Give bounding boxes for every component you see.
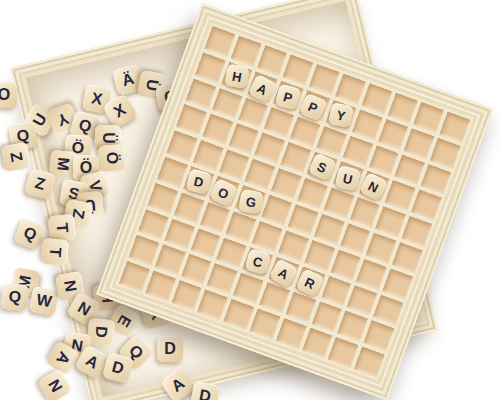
board-cell[interactable] — [421, 164, 452, 195]
board-cell[interactable] — [176, 104, 207, 135]
board-cell[interactable] — [259, 283, 290, 314]
board-cell[interactable]: D — [183, 166, 214, 197]
board-cell[interactable] — [352, 109, 383, 140]
board-cell[interactable] — [361, 83, 392, 114]
tray-letter-cube[interactable]: M — [10, 267, 40, 297]
board-cell[interactable] — [212, 88, 243, 119]
board-cell[interactable] — [373, 294, 404, 325]
board-cell[interactable]: P — [300, 90, 331, 121]
board-cell[interactable] — [309, 64, 340, 95]
board-cell[interactable] — [278, 230, 309, 261]
board-cell[interactable] — [193, 140, 224, 171]
board-cell[interactable] — [195, 52, 226, 83]
board-cell[interactable] — [404, 128, 435, 159]
board-cell[interactable] — [174, 192, 205, 223]
board-cell[interactable] — [190, 228, 221, 259]
letter-cube[interactable]: N — [359, 172, 389, 202]
board-cell[interactable] — [252, 221, 283, 252]
board-cell[interactable] — [378, 119, 409, 150]
board-cell[interactable] — [354, 347, 385, 378]
board-cell[interactable] — [395, 154, 426, 185]
board-cell[interactable] — [302, 328, 333, 359]
board-cell[interactable] — [167, 131, 198, 162]
board-cell[interactable] — [411, 190, 442, 221]
board-cell[interactable]: S — [307, 152, 338, 183]
board-cell[interactable] — [316, 126, 347, 157]
board-cell[interactable] — [342, 135, 373, 166]
board-cell[interactable]: O — [209, 176, 240, 207]
board-cell[interactable] — [171, 280, 202, 311]
board-cell[interactable] — [148, 183, 179, 214]
letter-cube[interactable]: G — [239, 189, 264, 214]
board-cell[interactable] — [323, 188, 354, 219]
board-cell[interactable] — [304, 240, 335, 271]
board-cell[interactable] — [197, 290, 228, 321]
tray-letter-cube[interactable]: N — [37, 368, 73, 400]
tray-letter-cube[interactable]: A — [45, 340, 81, 376]
board-cell[interactable] — [264, 107, 295, 138]
board-cell[interactable] — [200, 202, 231, 233]
board-cell[interactable] — [285, 292, 316, 323]
board-cell[interactable]: H — [221, 62, 252, 93]
letter-cube[interactable]: H — [224, 63, 249, 88]
board-cell[interactable] — [233, 273, 264, 304]
board-cell[interactable] — [290, 116, 321, 147]
board-cell[interactable] — [224, 299, 255, 330]
board-cell[interactable] — [245, 159, 276, 190]
board-cell[interactable] — [155, 245, 186, 276]
board-cell[interactable] — [228, 123, 259, 154]
board-cell[interactable] — [129, 235, 160, 266]
board-cell[interactable] — [376, 207, 407, 238]
board-cell[interactable] — [186, 78, 217, 109]
board-cell[interactable] — [392, 242, 423, 273]
board-cell[interactable] — [330, 249, 361, 280]
board-cell[interactable] — [164, 218, 195, 249]
letter-cube[interactable]: C — [244, 249, 271, 276]
board-cell[interactable] — [276, 318, 307, 349]
board-cell[interactable] — [349, 197, 380, 228]
letter-cube[interactable]: D — [185, 168, 212, 195]
board-cell[interactable] — [430, 138, 461, 169]
board-cell[interactable] — [340, 223, 371, 254]
board-cell[interactable] — [257, 45, 288, 76]
board-cell[interactable] — [216, 237, 247, 268]
board-cell[interactable]: R — [295, 266, 326, 297]
board-cell[interactable]: A — [247, 71, 278, 102]
tray-letter-cube[interactable]: Z — [1, 142, 31, 172]
board-cell[interactable] — [219, 150, 250, 181]
board-cell[interactable] — [366, 233, 397, 264]
board-cell[interactable] — [328, 337, 359, 368]
board-cell[interactable] — [262, 195, 293, 226]
letter-cube[interactable]: P — [275, 83, 302, 110]
board-cell[interactable] — [283, 55, 314, 86]
letter-cube[interactable]: U — [334, 165, 361, 192]
board-cell[interactable] — [138, 209, 169, 240]
board-cell[interactable] — [207, 264, 238, 295]
board-cell[interactable]: U — [333, 161, 364, 192]
board-cell[interactable] — [254, 133, 285, 164]
board-cell[interactable] — [364, 321, 395, 352]
letter-cube[interactable]: S — [307, 153, 336, 182]
tray-letter-cube[interactable]: W — [29, 286, 59, 316]
board-cell[interactable] — [288, 204, 319, 235]
board-cell[interactable] — [385, 180, 416, 211]
board-cell[interactable] — [368, 145, 399, 176]
board-cell[interactable] — [205, 26, 236, 57]
board-cell[interactable] — [383, 268, 414, 299]
board-cell[interactable] — [347, 285, 378, 316]
board-cell[interactable] — [297, 178, 328, 209]
board-cell[interactable] — [119, 261, 150, 292]
board-cell[interactable] — [357, 259, 388, 290]
board-cell[interactable] — [321, 275, 352, 306]
board-cell[interactable] — [387, 93, 418, 124]
board-cell[interactable] — [281, 142, 312, 173]
board-cell[interactable] — [250, 309, 281, 340]
board-cell[interactable] — [311, 302, 342, 333]
board-cell[interactable] — [231, 36, 262, 67]
board-cell[interactable] — [335, 74, 366, 105]
product-photo-scene: OÄÜCXXUYQQÜÖÖZMÖZVSÜZTQTMQWNHNEDKNAAQDDN… — [0, 0, 500, 400]
board-cell[interactable]: C — [243, 247, 274, 278]
board-cell[interactable] — [402, 216, 433, 247]
board-cell[interactable] — [157, 157, 188, 188]
board-cell[interactable]: G — [235, 185, 266, 216]
board-cell[interactable] — [440, 112, 471, 143]
board-cell[interactable] — [271, 169, 302, 200]
board-cell[interactable] — [226, 211, 257, 242]
board-cell[interactable] — [202, 114, 233, 145]
board-cell[interactable] — [145, 271, 176, 302]
board-cell[interactable]: N — [359, 171, 390, 202]
letter-cube[interactable]: Y — [328, 102, 354, 128]
tray-letter-cube[interactable]: Q — [13, 217, 46, 250]
board-cell[interactable]: Y — [326, 100, 357, 131]
board-cell[interactable] — [314, 214, 345, 245]
board-cell[interactable] — [414, 102, 445, 133]
board-cell[interactable] — [338, 311, 369, 342]
board-cell[interactable] — [181, 254, 212, 285]
tray-letter-cube[interactable]: Q — [1, 283, 29, 311]
board-cell[interactable]: P — [273, 81, 304, 112]
board-cell[interactable]: A — [269, 256, 300, 287]
